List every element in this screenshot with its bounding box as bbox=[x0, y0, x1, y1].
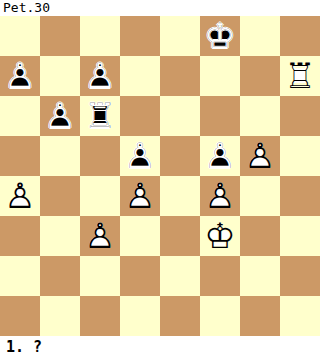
square-d8[interactable] bbox=[120, 16, 160, 56]
chess-board: ♚♔♟♙♟♙♜♖♟♙♜♖♟♙♟♙♟♙♟♙♟♙♟♙♟♙♚♔ bbox=[0, 16, 320, 336]
square-h5[interactable] bbox=[280, 136, 320, 176]
piece-white-pawn[interactable]: ♟♙ bbox=[80, 216, 120, 256]
square-d5[interactable]: ♟♙ bbox=[120, 136, 160, 176]
square-h8[interactable] bbox=[280, 16, 320, 56]
square-g3[interactable] bbox=[240, 216, 280, 256]
square-f4[interactable]: ♟♙ bbox=[200, 176, 240, 216]
black-pawn-outline-glyph: ♙ bbox=[40, 96, 80, 136]
square-f1[interactable] bbox=[200, 296, 240, 336]
piece-black-king[interactable]: ♚♔ bbox=[200, 16, 240, 56]
piece-black-pawn[interactable]: ♟♙ bbox=[40, 96, 80, 136]
square-d4[interactable]: ♟♙ bbox=[120, 176, 160, 216]
piece-white-rook[interactable]: ♜♖ bbox=[280, 56, 320, 96]
square-f7[interactable] bbox=[200, 56, 240, 96]
square-h2[interactable] bbox=[280, 256, 320, 296]
square-a1[interactable] bbox=[0, 296, 40, 336]
square-h6[interactable] bbox=[280, 96, 320, 136]
black-rook-outline-glyph: ♖ bbox=[80, 96, 120, 136]
square-h3[interactable] bbox=[280, 216, 320, 256]
square-c4[interactable] bbox=[80, 176, 120, 216]
square-g6[interactable] bbox=[240, 96, 280, 136]
white-pawn-outline-glyph: ♙ bbox=[240, 136, 280, 176]
white-pawn-outline-glyph: ♙ bbox=[200, 176, 240, 216]
square-g2[interactable] bbox=[240, 256, 280, 296]
piece-black-rook[interactable]: ♜♖ bbox=[80, 96, 120, 136]
square-d3[interactable] bbox=[120, 216, 160, 256]
square-a7[interactable]: ♟♙ bbox=[0, 56, 40, 96]
black-pawn-outline-glyph: ♙ bbox=[200, 136, 240, 176]
square-c6[interactable]: ♜♖ bbox=[80, 96, 120, 136]
square-a6[interactable] bbox=[0, 96, 40, 136]
piece-white-pawn[interactable]: ♟♙ bbox=[0, 176, 40, 216]
square-d6[interactable] bbox=[120, 96, 160, 136]
square-e2[interactable] bbox=[160, 256, 200, 296]
piece-black-pawn[interactable]: ♟♙ bbox=[80, 56, 120, 96]
square-a4[interactable]: ♟♙ bbox=[0, 176, 40, 216]
square-e1[interactable] bbox=[160, 296, 200, 336]
square-c5[interactable] bbox=[80, 136, 120, 176]
square-f5[interactable]: ♟♙ bbox=[200, 136, 240, 176]
square-g1[interactable] bbox=[240, 296, 280, 336]
piece-black-pawn[interactable]: ♟♙ bbox=[120, 136, 160, 176]
square-e6[interactable] bbox=[160, 96, 200, 136]
square-g8[interactable] bbox=[240, 16, 280, 56]
black-king-outline-glyph: ♔ bbox=[200, 16, 240, 56]
square-f3[interactable]: ♚♔ bbox=[200, 216, 240, 256]
square-c8[interactable] bbox=[80, 16, 120, 56]
square-a5[interactable] bbox=[0, 136, 40, 176]
square-e4[interactable] bbox=[160, 176, 200, 216]
white-king-outline-glyph: ♔ bbox=[200, 216, 240, 256]
square-g4[interactable] bbox=[240, 176, 280, 216]
white-rook-outline-glyph: ♖ bbox=[280, 56, 320, 96]
square-h1[interactable] bbox=[280, 296, 320, 336]
square-c7[interactable]: ♟♙ bbox=[80, 56, 120, 96]
square-b5[interactable] bbox=[40, 136, 80, 176]
piece-black-pawn[interactable]: ♟♙ bbox=[0, 56, 40, 96]
square-g7[interactable] bbox=[240, 56, 280, 96]
square-e8[interactable] bbox=[160, 16, 200, 56]
square-h7[interactable]: ♜♖ bbox=[280, 56, 320, 96]
square-h4[interactable] bbox=[280, 176, 320, 216]
diagram-title: Pet.30 bbox=[0, 0, 320, 16]
square-e5[interactable] bbox=[160, 136, 200, 176]
square-b4[interactable] bbox=[40, 176, 80, 216]
square-c1[interactable] bbox=[80, 296, 120, 336]
piece-black-pawn[interactable]: ♟♙ bbox=[200, 136, 240, 176]
square-b7[interactable] bbox=[40, 56, 80, 96]
square-e3[interactable] bbox=[160, 216, 200, 256]
square-d1[interactable] bbox=[120, 296, 160, 336]
white-pawn-outline-glyph: ♙ bbox=[120, 176, 160, 216]
white-pawn-outline-glyph: ♙ bbox=[80, 216, 120, 256]
square-b1[interactable] bbox=[40, 296, 80, 336]
square-b8[interactable] bbox=[40, 16, 80, 56]
piece-white-king[interactable]: ♚♔ bbox=[200, 216, 240, 256]
piece-white-pawn[interactable]: ♟♙ bbox=[120, 176, 160, 216]
square-a8[interactable] bbox=[0, 16, 40, 56]
square-b2[interactable] bbox=[40, 256, 80, 296]
square-b3[interactable] bbox=[40, 216, 80, 256]
black-pawn-outline-glyph: ♙ bbox=[120, 136, 160, 176]
black-pawn-outline-glyph: ♙ bbox=[80, 56, 120, 96]
piece-white-pawn[interactable]: ♟♙ bbox=[240, 136, 280, 176]
square-c2[interactable] bbox=[80, 256, 120, 296]
square-a3[interactable] bbox=[0, 216, 40, 256]
square-d2[interactable] bbox=[120, 256, 160, 296]
square-b6[interactable]: ♟♙ bbox=[40, 96, 80, 136]
piece-white-pawn[interactable]: ♟♙ bbox=[200, 176, 240, 216]
square-f2[interactable] bbox=[200, 256, 240, 296]
square-g5[interactable]: ♟♙ bbox=[240, 136, 280, 176]
square-a2[interactable] bbox=[0, 256, 40, 296]
white-pawn-outline-glyph: ♙ bbox=[0, 176, 40, 216]
black-pawn-outline-glyph: ♙ bbox=[0, 56, 40, 96]
square-e7[interactable] bbox=[160, 56, 200, 96]
square-d7[interactable] bbox=[120, 56, 160, 96]
move-prompt: 1. ? bbox=[0, 336, 320, 360]
square-f8[interactable]: ♚♔ bbox=[200, 16, 240, 56]
square-c3[interactable]: ♟♙ bbox=[80, 216, 120, 256]
square-f6[interactable] bbox=[200, 96, 240, 136]
